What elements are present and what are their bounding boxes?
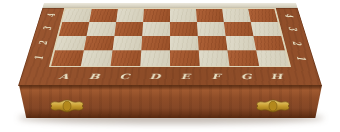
rank-label-left-3: 3 bbox=[32, 23, 62, 35]
rank-label-right-2: 2 bbox=[281, 37, 312, 50]
square-c2 bbox=[113, 36, 143, 51]
square-a2 bbox=[55, 36, 87, 51]
file-label-b: B bbox=[78, 73, 110, 80]
square-h2 bbox=[253, 36, 285, 51]
square-g2 bbox=[226, 36, 257, 51]
file-label-a: A bbox=[48, 73, 80, 80]
square-d2 bbox=[141, 36, 170, 51]
square-a4 bbox=[62, 9, 91, 22]
square-c1 bbox=[111, 50, 142, 66]
square-b1 bbox=[81, 50, 113, 66]
square-g4 bbox=[222, 9, 251, 22]
square-a1 bbox=[51, 50, 84, 66]
board-frame: 4321 4321 ABCDEFGH bbox=[18, 8, 322, 86]
square-c3 bbox=[114, 22, 143, 36]
square-e4 bbox=[170, 9, 197, 22]
board-top-surface: 4321 4321 ABCDEFGH bbox=[18, 3, 322, 86]
file-labels: ABCDEFGH bbox=[46, 67, 294, 86]
square-b3 bbox=[87, 22, 117, 36]
rank-label-right-1: 1 bbox=[285, 51, 317, 64]
square-h4 bbox=[248, 9, 277, 22]
square-f2 bbox=[198, 36, 228, 51]
rank-label-right-3: 3 bbox=[278, 23, 308, 35]
square-e3 bbox=[170, 22, 198, 36]
square-e1 bbox=[170, 50, 200, 66]
square-d1 bbox=[140, 50, 170, 66]
square-b2 bbox=[84, 36, 115, 51]
square-f4 bbox=[196, 9, 224, 22]
rank-label-left-2: 2 bbox=[28, 37, 59, 50]
file-label-e: E bbox=[170, 73, 201, 80]
squares-grid bbox=[49, 8, 291, 67]
square-a3 bbox=[59, 22, 89, 36]
square-d4 bbox=[143, 9, 170, 22]
square-d3 bbox=[142, 22, 170, 36]
brass-clasp-left bbox=[48, 99, 86, 113]
file-label-f: F bbox=[200, 73, 231, 80]
square-f1 bbox=[199, 50, 230, 66]
chess-box-photo: 4321 4321 ABCDEFGH bbox=[0, 0, 340, 132]
square-e2 bbox=[170, 36, 199, 51]
file-label-d: D bbox=[139, 73, 170, 80]
file-label-h: H bbox=[260, 73, 292, 80]
square-b4 bbox=[89, 9, 118, 22]
rank-label-left-4: 4 bbox=[37, 10, 66, 21]
file-label-c: C bbox=[109, 73, 140, 80]
square-g3 bbox=[224, 22, 254, 36]
square-h3 bbox=[251, 22, 281, 36]
rank-label-right-4: 4 bbox=[274, 10, 303, 21]
brass-clasp-right bbox=[254, 99, 292, 113]
rank-label-left-1: 1 bbox=[23, 51, 55, 64]
square-g1 bbox=[227, 50, 259, 66]
square-f3 bbox=[197, 22, 226, 36]
file-label-g: G bbox=[230, 73, 262, 80]
square-c4 bbox=[116, 9, 144, 22]
square-h1 bbox=[256, 50, 289, 66]
